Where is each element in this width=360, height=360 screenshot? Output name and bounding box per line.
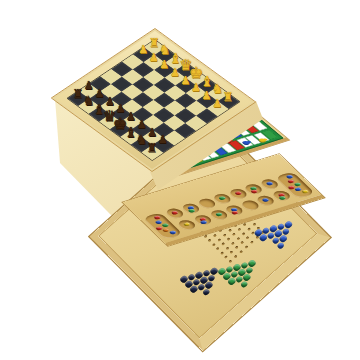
mancala-marble <box>171 210 179 215</box>
peg-hole <box>223 233 227 236</box>
peg-hole <box>250 240 254 243</box>
mancala-marble <box>278 196 286 201</box>
mancala-marble <box>214 212 222 217</box>
peg-hole <box>234 255 238 258</box>
peg-hole <box>216 247 220 250</box>
peg-hole <box>244 245 248 248</box>
mancala-marble <box>301 189 309 194</box>
mancala-marble <box>231 210 239 215</box>
mancala-marble <box>250 189 258 194</box>
peg-hole <box>228 228 232 231</box>
product-photo-scene: ♜♞♝♛♚♝♞♜♟♟♟♟♟♟♟♟♟♟♟♟♟♟♟♟♜♞♝♛♚♝♞♜ <box>0 0 360 360</box>
mancala-marble <box>285 174 293 179</box>
peg-hole <box>232 233 236 236</box>
peg-hole <box>212 243 216 246</box>
peg-hole <box>246 236 250 239</box>
mancala-marble <box>161 223 169 228</box>
peg-hole <box>213 234 217 237</box>
peg-hole <box>236 237 240 240</box>
peg-hole <box>235 246 239 249</box>
mancala-marble <box>187 209 195 214</box>
peg-hole <box>231 242 235 245</box>
peg-hole <box>242 232 246 235</box>
peg-hole <box>247 227 251 230</box>
mancala-marble <box>183 222 191 227</box>
peg-hole <box>224 255 228 258</box>
peg-hole <box>217 238 221 241</box>
peg-hole <box>228 259 232 262</box>
mancala-marble <box>199 220 207 225</box>
mancala-marble <box>169 230 177 235</box>
peg-hole <box>221 242 225 245</box>
mancala-marble <box>234 191 242 196</box>
mancala-marble <box>293 182 301 187</box>
mancala-marble <box>265 181 273 186</box>
mancala-marble <box>262 198 270 203</box>
peg-hole <box>239 250 243 253</box>
peg-hole <box>220 251 224 254</box>
peg-hole <box>208 239 212 242</box>
peg-hole <box>240 241 244 244</box>
peg-hole <box>237 228 241 231</box>
peg-hole <box>225 246 229 249</box>
peg-hole <box>227 237 231 240</box>
peg-hole <box>243 223 247 226</box>
peg-hole <box>204 235 208 238</box>
chess-piece-r: ♜ <box>147 35 162 50</box>
mancala-marble <box>153 215 161 220</box>
mancala-marble <box>218 196 226 201</box>
peg-hole <box>252 222 256 225</box>
peg-hole <box>230 250 234 253</box>
